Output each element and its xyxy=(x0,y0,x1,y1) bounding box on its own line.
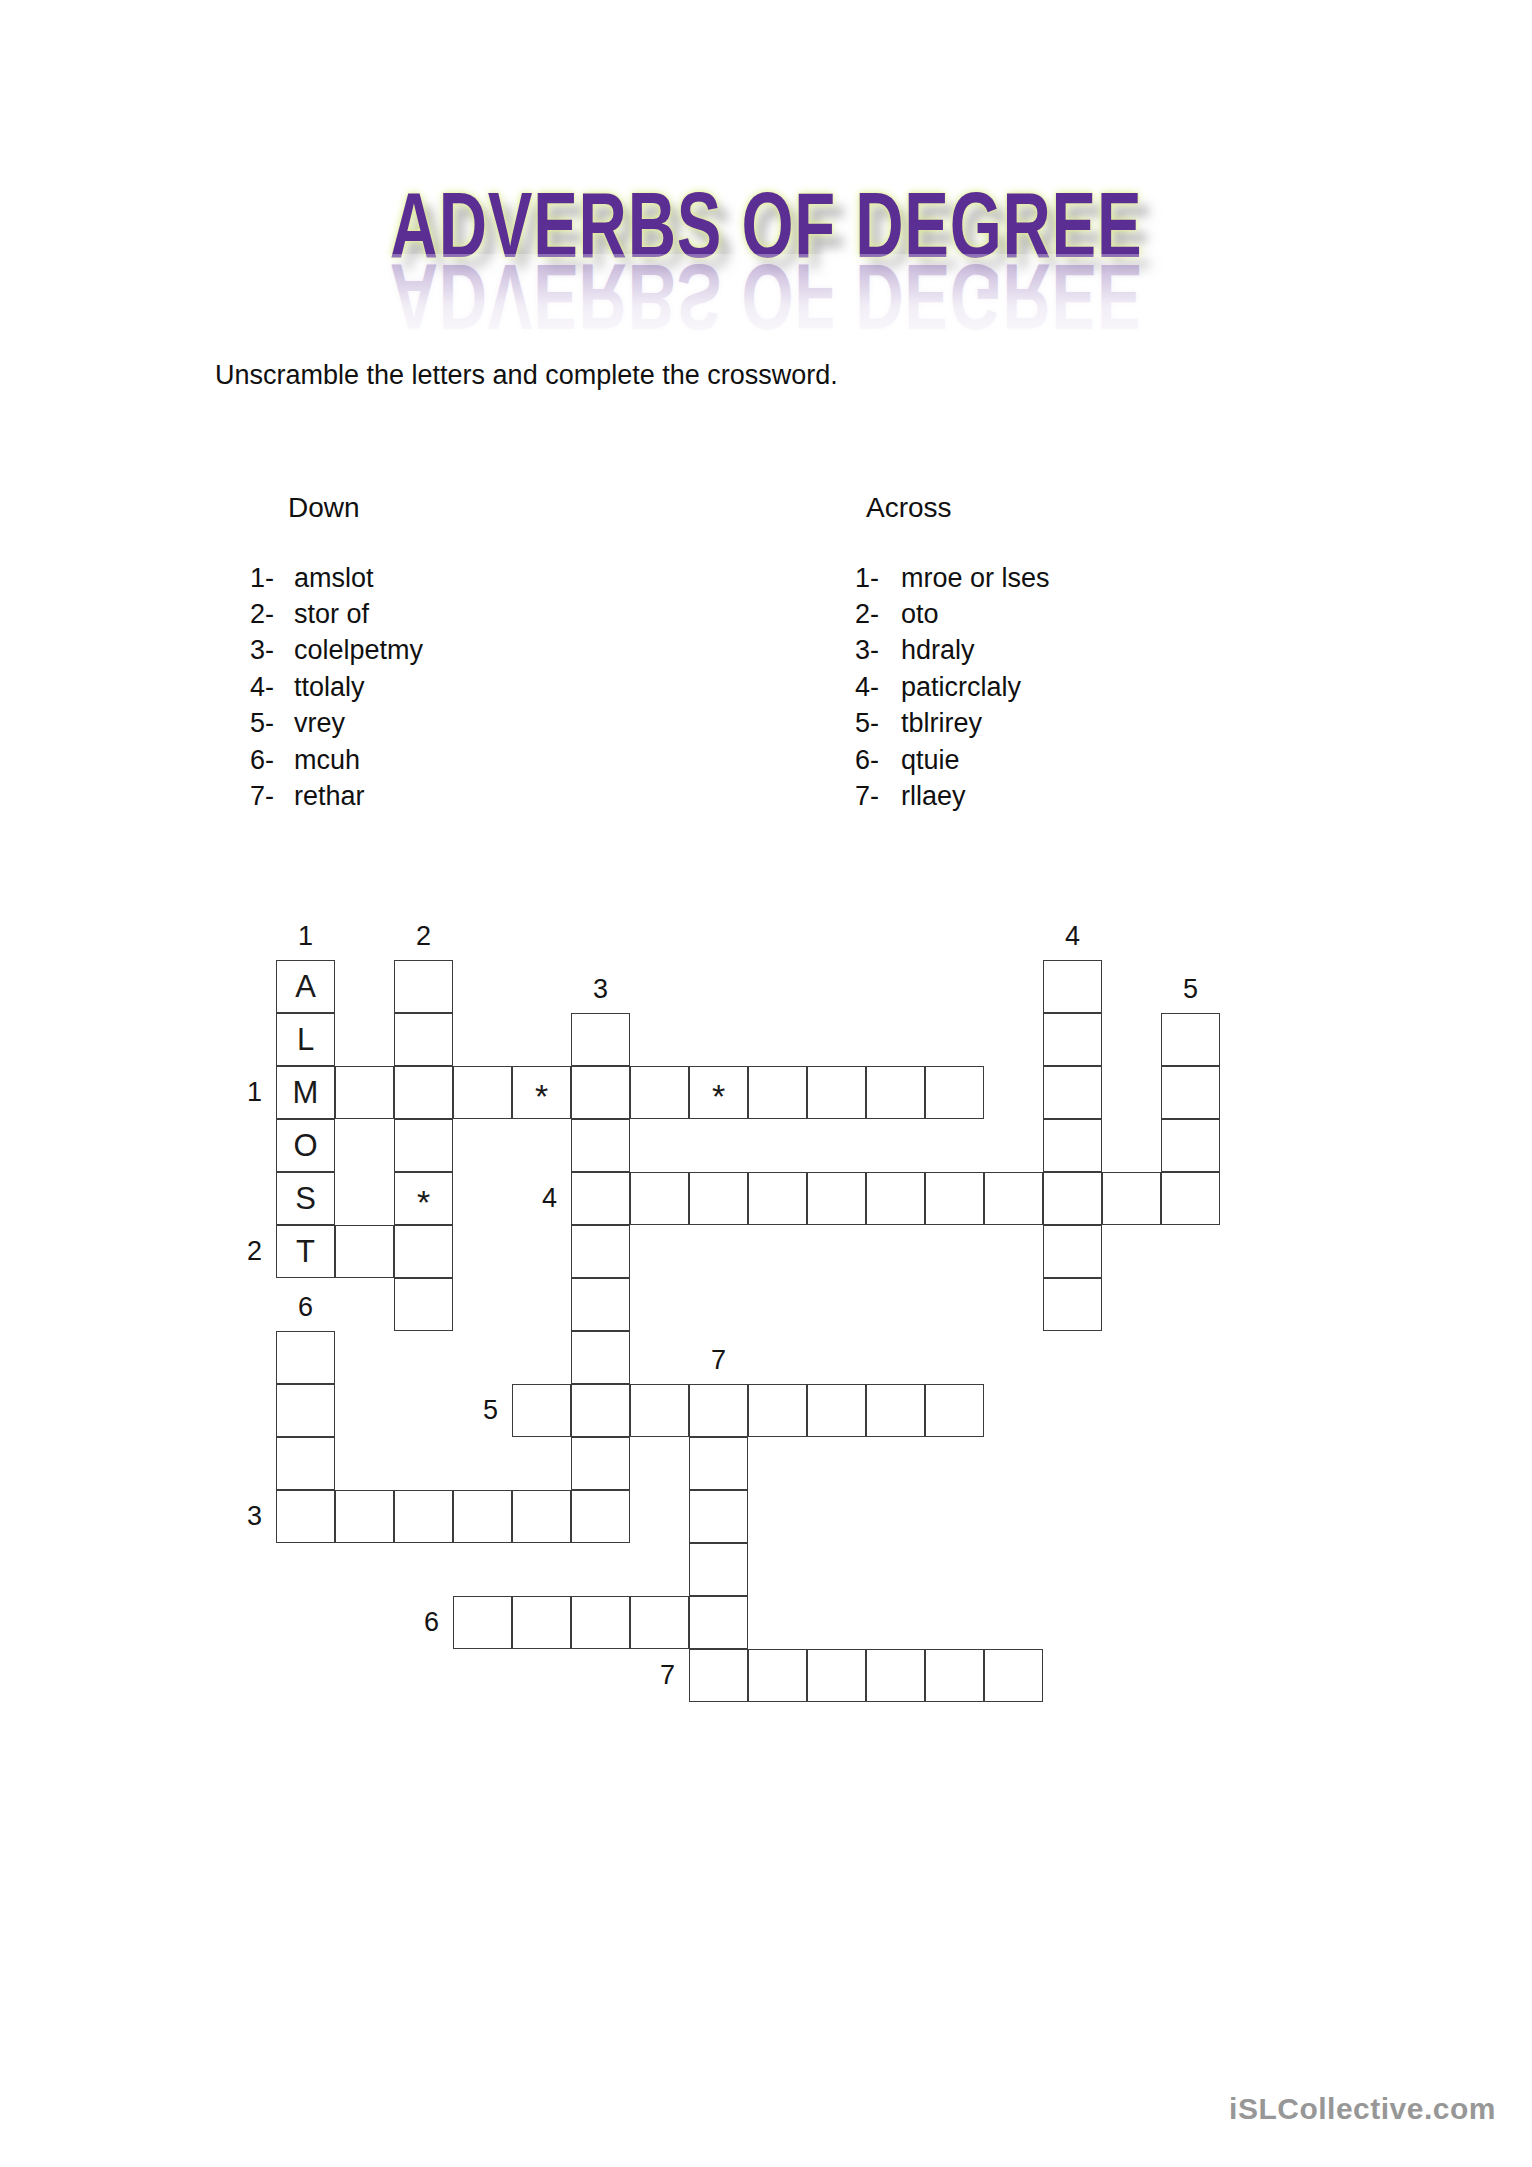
cell-r6c2[interactable] xyxy=(394,1278,453,1331)
cell-r1c5[interactable] xyxy=(571,1013,630,1066)
cell-r3c2[interactable] xyxy=(394,1119,453,1172)
cell-r0c0: A xyxy=(276,960,335,1013)
cell-r4c13[interactable] xyxy=(1043,1172,1102,1225)
cell-r2c4: * xyxy=(512,1066,571,1119)
down-clue-3: 3-colelpetmy xyxy=(250,633,423,669)
grid-number-across-4: 4 xyxy=(505,1172,557,1225)
cell-r4c11[interactable] xyxy=(925,1172,984,1225)
across-clue-scrambled-word: tblrirey xyxy=(901,708,982,739)
cell-r7c5[interactable] xyxy=(571,1331,630,1384)
across-clue-1: 1-mroe or lses xyxy=(855,560,1050,596)
across-clue-6: 6-qtuie xyxy=(855,742,1050,778)
down-clue-4: 4-ttolaly xyxy=(250,669,423,705)
down-clue-number: 6- xyxy=(250,745,294,776)
cell-r5c13[interactable] xyxy=(1043,1225,1102,1278)
across-clue-2: 2-oto xyxy=(855,596,1050,632)
cell-r0c2[interactable] xyxy=(394,960,453,1013)
grid-number-across-7: 7 xyxy=(623,1649,675,1702)
down-clues-header: Down xyxy=(288,492,360,524)
across-clue-scrambled-word: hdraly xyxy=(901,635,975,666)
cell-r2c3[interactable] xyxy=(453,1066,512,1119)
cell-r8c6[interactable] xyxy=(630,1384,689,1437)
cell-r9c5[interactable] xyxy=(571,1437,630,1490)
down-clue-7: 7-rethar xyxy=(250,778,423,814)
prefilled-letter: A xyxy=(295,969,316,1005)
grid-number-down-4: 4 xyxy=(1043,918,1102,954)
across-clue-list: 1-mroe or lses2-oto3-hdraly4-paticrclaly… xyxy=(855,560,1050,815)
cell-r8c0[interactable] xyxy=(276,1384,335,1437)
cell-r9c7[interactable] xyxy=(689,1437,748,1490)
prefilled-letter: T xyxy=(296,1234,315,1270)
cell-r4c2: * xyxy=(394,1172,453,1225)
cell-r2c10[interactable] xyxy=(866,1066,925,1119)
down-clue-scrambled-word: rethar xyxy=(294,781,365,812)
cell-r11c7[interactable] xyxy=(689,1543,748,1596)
prefilled-letter: S xyxy=(295,1181,316,1217)
down-clue-scrambled-word: mcuh xyxy=(294,745,360,776)
cell-r4c12[interactable] xyxy=(984,1172,1043,1225)
crossword-grid-area: ALM**OS*T 12345671234567 xyxy=(276,960,1220,1702)
grid-number-down-1: 1 xyxy=(276,918,335,954)
cell-r5c5[interactable] xyxy=(571,1225,630,1278)
cell-r9c0[interactable] xyxy=(276,1437,335,1490)
across-clue-number: 2- xyxy=(855,599,901,630)
down-clue-scrambled-word: stor of xyxy=(294,599,369,630)
cell-r3c15[interactable] xyxy=(1161,1119,1220,1172)
cell-r2c9[interactable] xyxy=(807,1066,866,1119)
prefilled-letter: L xyxy=(297,1022,314,1058)
cell-r12c4[interactable] xyxy=(512,1596,571,1649)
cell-r13c10[interactable] xyxy=(866,1649,925,1702)
cell-r13c7[interactable] xyxy=(689,1649,748,1702)
cell-r2c7: * xyxy=(689,1066,748,1119)
cell-r4c0: S xyxy=(276,1172,335,1225)
across-clue-number: 5- xyxy=(855,708,901,739)
across-clue-scrambled-word: oto xyxy=(901,599,939,630)
cell-r2c15[interactable] xyxy=(1161,1066,1220,1119)
cell-r8c4[interactable] xyxy=(512,1384,571,1437)
down-clue-scrambled-word: vrey xyxy=(294,708,345,739)
grid-number-across-2: 2 xyxy=(210,1225,262,1278)
down-clue-2: 2-stor of xyxy=(250,596,423,632)
across-clue-scrambled-word: rllaey xyxy=(901,781,966,812)
down-clue-number: 1- xyxy=(250,563,294,594)
cell-r13c9[interactable] xyxy=(807,1649,866,1702)
word-space-marker: * xyxy=(535,1086,548,1106)
down-clue-number: 5- xyxy=(250,708,294,739)
footer-watermark: iSLCollective.com xyxy=(1229,2092,1496,2126)
down-clue-number: 2- xyxy=(250,599,294,630)
crossword-grid: ALM**OS*T xyxy=(276,960,1220,1702)
cell-r10c4[interactable] xyxy=(512,1490,571,1543)
cell-r3c13[interactable] xyxy=(1043,1119,1102,1172)
cell-r2c0: M xyxy=(276,1066,335,1119)
cell-r2c1[interactable] xyxy=(335,1066,394,1119)
cell-r5c2[interactable] xyxy=(394,1225,453,1278)
word-space-marker: * xyxy=(417,1192,430,1212)
cell-r12c5[interactable] xyxy=(571,1596,630,1649)
cell-r8c9[interactable] xyxy=(807,1384,866,1437)
cell-r1c15[interactable] xyxy=(1161,1013,1220,1066)
cell-r12c3[interactable] xyxy=(453,1596,512,1649)
cell-r2c8[interactable] xyxy=(748,1066,807,1119)
grid-number-across-6: 6 xyxy=(387,1596,439,1649)
across-clue-scrambled-word: paticrclaly xyxy=(901,672,1021,703)
grid-number-down-6: 6 xyxy=(276,1289,335,1325)
down-clue-1: 1-amslot xyxy=(250,560,423,596)
instruction-text: Unscramble the letters and complete the … xyxy=(215,360,838,391)
grid-number-across-1: 1 xyxy=(210,1066,262,1119)
cell-r12c7[interactable] xyxy=(689,1596,748,1649)
cell-r7c0[interactable] xyxy=(276,1331,335,1384)
word-space-marker: * xyxy=(712,1086,725,1106)
across-clue-scrambled-word: mroe or lses xyxy=(901,563,1050,594)
cell-r1c13[interactable] xyxy=(1043,1013,1102,1066)
title-reflection-fade xyxy=(0,254,1532,358)
prefilled-letter: O xyxy=(293,1128,317,1164)
across-clues-header: Across xyxy=(866,492,952,524)
prefilled-letter: M xyxy=(293,1075,319,1111)
across-clue-7: 7-rllaey xyxy=(855,778,1050,814)
down-clue-5: 5-vrey xyxy=(250,706,423,742)
cell-r2c11[interactable] xyxy=(925,1066,984,1119)
down-clue-list: 1-amslot2-stor of3-colelpetmy4-ttolaly5-… xyxy=(250,560,423,815)
cell-r8c8[interactable] xyxy=(748,1384,807,1437)
cell-r10c7[interactable] xyxy=(689,1490,748,1543)
cell-r10c1[interactable] xyxy=(335,1490,394,1543)
down-clue-scrambled-word: ttolaly xyxy=(294,672,365,703)
across-clue-scrambled-word: qtuie xyxy=(901,745,960,776)
down-clue-number: 7- xyxy=(250,781,294,812)
cell-r4c9[interactable] xyxy=(807,1172,866,1225)
across-clue-number: 1- xyxy=(855,563,901,594)
down-clue-scrambled-word: colelpetmy xyxy=(294,635,423,666)
down-clue-scrambled-word: amslot xyxy=(294,563,374,594)
cell-r2c5[interactable] xyxy=(571,1066,630,1119)
grid-number-across-5: 5 xyxy=(446,1384,498,1437)
cell-r1c0: L xyxy=(276,1013,335,1066)
down-clue-number: 3- xyxy=(250,635,294,666)
across-clue-number: 7- xyxy=(855,781,901,812)
across-clue-number: 6- xyxy=(855,745,901,776)
cell-r0c13[interactable] xyxy=(1043,960,1102,1013)
cell-r10c2[interactable] xyxy=(394,1490,453,1543)
across-clue-number: 4- xyxy=(855,672,901,703)
cell-r12c6[interactable] xyxy=(630,1596,689,1649)
cell-r10c5[interactable] xyxy=(571,1490,630,1543)
cell-r2c2[interactable] xyxy=(394,1066,453,1119)
cell-r4c6[interactable] xyxy=(630,1172,689,1225)
cell-r2c13[interactable] xyxy=(1043,1066,1102,1119)
cell-r5c0: T xyxy=(276,1225,335,1278)
across-clue-5: 5-tblrirey xyxy=(855,706,1050,742)
grid-number-across-3: 3 xyxy=(210,1490,262,1543)
cell-r10c0[interactable] xyxy=(276,1490,335,1543)
grid-number-down-2: 2 xyxy=(394,918,453,954)
cell-r6c5[interactable] xyxy=(571,1278,630,1331)
cell-r13c8[interactable] xyxy=(748,1649,807,1702)
down-clue-number: 4- xyxy=(250,672,294,703)
down-clue-6: 6-mcuh xyxy=(250,742,423,778)
cell-r8c7[interactable] xyxy=(689,1384,748,1437)
across-clue-number: 3- xyxy=(855,635,901,666)
cell-r1c2[interactable] xyxy=(394,1013,453,1066)
cell-r10c3[interactable] xyxy=(453,1490,512,1543)
cell-r3c5[interactable] xyxy=(571,1119,630,1172)
cell-r4c10[interactable] xyxy=(866,1172,925,1225)
cell-r5c1[interactable] xyxy=(335,1225,394,1278)
cell-r8c5[interactable] xyxy=(571,1384,630,1437)
cell-r4c7[interactable] xyxy=(689,1172,748,1225)
cell-r13c11[interactable] xyxy=(925,1649,984,1702)
across-clue-4: 4-paticrclaly xyxy=(855,669,1050,705)
cell-r4c5[interactable] xyxy=(571,1172,630,1225)
cell-r8c11[interactable] xyxy=(925,1384,984,1437)
across-clue-3: 3-hdraly xyxy=(855,633,1050,669)
cell-r8c10[interactable] xyxy=(866,1384,925,1437)
grid-number-down-3: 3 xyxy=(571,971,630,1007)
grid-number-down-7: 7 xyxy=(689,1342,748,1378)
cell-r4c8[interactable] xyxy=(748,1172,807,1225)
cell-r4c14[interactable] xyxy=(1102,1172,1161,1225)
cell-r3c0: O xyxy=(276,1119,335,1172)
grid-number-down-5: 5 xyxy=(1161,971,1220,1007)
cell-r6c13[interactable] xyxy=(1043,1278,1102,1331)
cell-r13c12[interactable] xyxy=(984,1649,1043,1702)
cell-r2c6[interactable] xyxy=(630,1066,689,1119)
cell-r4c15[interactable] xyxy=(1161,1172,1220,1225)
